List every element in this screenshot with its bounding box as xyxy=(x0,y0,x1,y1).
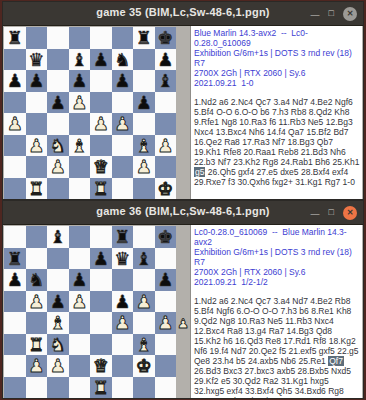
square-d5[interactable]: ♟ xyxy=(69,291,91,313)
square-a6[interactable]: ♟ xyxy=(4,269,26,291)
square-a4[interactable]: ♟ xyxy=(4,113,26,135)
square-c8[interactable] xyxy=(47,27,69,49)
titlebar[interactable]: game 36 (BlM,Lc,Sw-48-6,1.pgn) — □ ✕ xyxy=(3,201,363,225)
square-c4[interactable]: ♝ xyxy=(47,312,69,334)
square-b7[interactable] xyxy=(26,248,48,270)
white-bishop-icon: ♝ xyxy=(136,334,152,355)
black-pawn-icon: ♟ xyxy=(50,92,66,113)
game-header-hardware: 2700X 2Gh | RTX 2060 | Sy.6 xyxy=(194,267,360,277)
black-pawn-icon: ♟ xyxy=(7,70,23,91)
square-a7[interactable] xyxy=(4,49,26,71)
square-g7[interactable]: ♝ xyxy=(133,248,155,270)
white-pawn-icon: ♟ xyxy=(93,113,109,134)
square-b5[interactable]: ♟ xyxy=(26,291,48,313)
black-rook-icon: ♜ xyxy=(136,27,152,48)
square-c5[interactable]: ♟ xyxy=(47,92,69,114)
white-pawn-icon: ♟ xyxy=(71,92,87,113)
square-d2[interactable] xyxy=(69,355,91,377)
square-a1[interactable] xyxy=(4,178,26,200)
square-h3[interactable]: ♟ xyxy=(155,135,177,157)
black-king-icon: ♚ xyxy=(157,27,173,48)
square-b8[interactable] xyxy=(26,226,48,248)
black-pawn-icon: ♟ xyxy=(7,269,23,290)
square-g3[interactable]: ♝ xyxy=(133,135,155,157)
black-pawn-icon: ♟ xyxy=(50,291,66,312)
square-e6[interactable] xyxy=(90,269,112,291)
square-h1[interactable] xyxy=(155,377,177,399)
square-g7[interactable] xyxy=(133,49,155,71)
black-king-icon: ♚ xyxy=(157,226,173,247)
square-g3[interactable]: ♝ xyxy=(133,334,155,356)
square-g5[interactable]: ♟ xyxy=(133,92,155,114)
square-e5[interactable] xyxy=(90,291,112,313)
square-h7[interactable]: ♟ xyxy=(155,49,177,71)
square-f1[interactable] xyxy=(112,377,134,399)
square-e2[interactable]: ♛ xyxy=(90,156,112,178)
square-b8[interactable] xyxy=(26,27,48,49)
square-c1[interactable] xyxy=(47,377,69,399)
square-g4[interactable] xyxy=(133,113,155,135)
square-f5[interactable] xyxy=(112,92,134,114)
square-h3[interactable] xyxy=(155,334,177,356)
square-a8[interactable]: ♜ xyxy=(4,27,26,49)
square-a8[interactable] xyxy=(4,226,26,248)
square-e5[interactable] xyxy=(90,92,112,114)
square-f2[interactable] xyxy=(112,355,134,377)
black-pawn-icon: ♟ xyxy=(71,70,87,91)
square-a2[interactable] xyxy=(4,355,26,377)
square-f8[interactable]: ♜ xyxy=(112,226,134,248)
black-pawn-icon: ♟ xyxy=(93,49,109,70)
white-pawn-icon: ♟ xyxy=(50,355,66,376)
square-c4[interactable] xyxy=(47,113,69,135)
white-pawn-icon: ♟ xyxy=(157,312,173,333)
game-header-hardware: 2700X 2Gh | RTX 2060 | Sy.6 xyxy=(194,68,360,78)
square-b2[interactable] xyxy=(26,156,48,178)
square-f4[interactable]: ♟ xyxy=(112,312,134,334)
black-pawn-icon: ♟ xyxy=(157,49,173,70)
square-a3[interactable] xyxy=(4,135,26,157)
material-indicator-strip: ♟ xyxy=(176,226,190,398)
square-h5[interactable] xyxy=(155,92,177,114)
close-icon[interactable]: ✕ xyxy=(343,7,357,21)
black-bishop-icon: ♝ xyxy=(136,248,152,269)
notation-panel[interactable]: Blue Marlin 14.3-avx2 -- Lc0-0.28.0_6100… xyxy=(190,26,362,199)
black-rook-icon: ♜ xyxy=(7,27,23,48)
white-bishop-icon: ♝ xyxy=(50,312,66,333)
square-b4[interactable] xyxy=(26,113,48,135)
chess-board-game-35[interactable]: ♜♜♚♛♝♟♞♟♟♟♟♟♝♟♟♟♟♟♟♟♞♝♝♟♟♛♟♜♜♚ xyxy=(4,27,176,199)
square-d5[interactable]: ♟ xyxy=(69,92,91,114)
square-a3[interactable] xyxy=(4,334,26,356)
square-f3[interactable] xyxy=(112,135,134,157)
square-c2[interactable]: ♟ xyxy=(47,355,69,377)
square-a5[interactable] xyxy=(4,291,26,313)
square-h6[interactable]: ♟ xyxy=(155,269,177,291)
square-c7[interactable] xyxy=(47,248,69,270)
square-c1[interactable] xyxy=(47,178,69,200)
square-b5[interactable] xyxy=(26,92,48,114)
window-game-35: game 35 (BlM,Lc,Sw-48-6,1.pgn) — □ ✕ ♜♜♚… xyxy=(2,1,364,200)
current-move-highlight[interactable]: Qf7 xyxy=(328,356,344,366)
square-e7[interactable]: ♟ xyxy=(90,49,112,71)
white-pawn-icon: ♟ xyxy=(28,135,44,156)
window-controls: — □ ✕ xyxy=(311,201,357,224)
square-d6[interactable]: ♟ xyxy=(69,269,91,291)
square-g8[interactable]: ♜ xyxy=(133,27,155,49)
square-d8[interactable] xyxy=(69,27,91,49)
minimize-icon[interactable]: — xyxy=(311,11,320,20)
square-g1[interactable] xyxy=(133,178,155,200)
square-c8[interactable]: ♝ xyxy=(47,226,69,248)
square-c6[interactable] xyxy=(47,70,69,92)
black-pawn-icon: ♟ xyxy=(93,248,109,269)
square-d7[interactable]: ♝ xyxy=(69,49,91,71)
square-g4[interactable] xyxy=(133,312,155,334)
white-rook-icon: ♜ xyxy=(28,334,44,355)
black-rook-icon: ♜ xyxy=(7,248,23,269)
black-knight-icon: ♞ xyxy=(28,269,44,290)
game-header-players: Lc0-0.28.0_610069 -- Blue Marlin 14.3-av… xyxy=(194,227,360,247)
square-e1[interactable]: ♜ xyxy=(90,178,112,200)
square-g2[interactable]: ♚ xyxy=(133,355,155,377)
square-b1[interactable] xyxy=(26,377,48,399)
white-pawn-icon: ♟ xyxy=(28,291,44,312)
desktop: { "game": "chess", "position": { "game35… xyxy=(0,0,366,400)
white-pawn-icon: ♟ xyxy=(136,156,152,177)
square-a4[interactable] xyxy=(4,312,26,334)
square-h5[interactable] xyxy=(155,291,177,313)
square-g8[interactable] xyxy=(133,226,155,248)
move-list[interactable]: 1.Nd2 a6 2.Nc4 Qc7 3.a4 Nd7 4.Be2 Ngf6 5… xyxy=(194,97,360,187)
square-c6[interactable] xyxy=(47,269,69,291)
square-f1[interactable] xyxy=(112,178,134,200)
titlebar[interactable]: game 35 (BlM,Lc,Sw-48-6,1.pgn) — □ ✕ xyxy=(3,2,363,26)
white-rook-icon: ♜ xyxy=(28,178,44,199)
square-f6[interactable]: ♟ xyxy=(112,70,134,92)
black-pawn-icon: ♟ xyxy=(136,92,152,113)
white-pawn-icon: ♟ xyxy=(157,135,173,156)
square-d7[interactable] xyxy=(69,248,91,270)
white-king-icon: ♚ xyxy=(136,355,152,376)
square-b6[interactable]: ♞ xyxy=(26,269,48,291)
maximize-icon[interactable]: □ xyxy=(329,9,334,18)
material-indicator-strip xyxy=(176,27,190,199)
black-pawn-icon: ♟ xyxy=(71,269,87,290)
square-d3[interactable] xyxy=(69,334,91,356)
square-b3[interactable]: ♜ xyxy=(26,334,48,356)
window-title: game 35 (BlM,Lc,Sw-48-6,1.pgn) xyxy=(3,6,363,18)
square-d1[interactable] xyxy=(69,377,91,399)
square-d3[interactable]: ♝ xyxy=(69,135,91,157)
white-pawn-icon: ♟ xyxy=(71,291,87,312)
square-e1[interactable]: ♜ xyxy=(90,377,112,399)
moves-after-highlight[interactable]: 26.Qh5 gxf4 27.e5 dxe5 28.Bxf4 exf4 29.R… xyxy=(194,167,355,187)
square-h7[interactable] xyxy=(155,248,177,270)
square-g2[interactable]: ♟ xyxy=(133,156,155,178)
white-queen-icon: ♛ xyxy=(93,156,109,177)
square-a1[interactable] xyxy=(4,377,26,399)
square-h8[interactable]: ♚ xyxy=(155,27,177,49)
window-controls: — □ ✕ xyxy=(311,2,357,25)
white-bishop-icon: ♝ xyxy=(136,135,152,156)
game-header-players: Blue Marlin 14.3-avx2 -- Lc0-0.28.0_6100… xyxy=(194,28,360,48)
square-e4[interactable] xyxy=(90,312,112,334)
black-queen-icon: ♛ xyxy=(28,49,44,70)
black-pawn-icon: ♟ xyxy=(114,291,130,312)
white-pawn-icon: ♟ xyxy=(7,113,23,134)
square-c7[interactable] xyxy=(47,49,69,71)
square-a5[interactable] xyxy=(4,92,26,114)
black-bishop-icon: ♝ xyxy=(71,49,87,70)
square-e6[interactable] xyxy=(90,70,112,92)
square-h6[interactable]: ♝ xyxy=(155,70,177,92)
white-king-icon: ♚ xyxy=(157,178,173,199)
square-e3[interactable] xyxy=(90,135,112,157)
black-rook-icon: ♜ xyxy=(114,226,130,247)
black-knight-icon: ♞ xyxy=(114,49,130,70)
square-b3[interactable]: ♟ xyxy=(26,135,48,157)
square-f7[interactable]: ♛ xyxy=(112,248,134,270)
white-knight-icon: ♞ xyxy=(50,334,66,355)
square-b7[interactable]: ♛ xyxy=(26,49,48,71)
white-rook-icon: ♜ xyxy=(93,178,109,199)
window-content: ♜♜♚♛♝♟♞♟♟♟♟♟♝♟♟♟♟♟♟♟♞♝♝♟♟♛♟♜♜♚ Blue Marl… xyxy=(3,26,363,199)
white-pawn-icon: ♟ xyxy=(114,312,130,333)
square-e2[interactable]: ♛ xyxy=(90,355,112,377)
square-h4[interactable] xyxy=(155,113,177,135)
square-f4[interactable]: ♟ xyxy=(112,113,134,135)
square-c3[interactable]: ♞ xyxy=(47,334,69,356)
white-queen-icon: ♛ xyxy=(93,355,109,376)
square-b2[interactable]: ♟ xyxy=(26,355,48,377)
square-g6[interactable] xyxy=(133,269,155,291)
square-f2[interactable] xyxy=(112,156,134,178)
white-rook-icon: ♜ xyxy=(93,377,109,398)
square-g1[interactable] xyxy=(133,377,155,399)
maximize-icon[interactable]: □ xyxy=(329,208,334,217)
square-d4[interactable] xyxy=(69,113,91,135)
black-pawn-icon: ♟ xyxy=(28,70,44,91)
square-h4[interactable]: ♟ xyxy=(155,312,177,334)
square-b6[interactable]: ♟ xyxy=(26,70,48,92)
game-header-date-result: 2021.09.21 1-0 xyxy=(194,78,360,88)
square-c5[interactable]: ♟ xyxy=(47,291,69,313)
square-d8[interactable] xyxy=(69,226,91,248)
square-e3[interactable] xyxy=(90,334,112,356)
square-f7[interactable]: ♞ xyxy=(112,49,134,71)
notation-panel[interactable]: Lc0-0.28.0_610069 -- Blue Marlin 14.3-av… xyxy=(190,225,362,398)
square-f5[interactable]: ♟ xyxy=(112,291,134,313)
square-h2[interactable] xyxy=(155,355,177,377)
game-header-event: Exhibition G/6m+1s | DOTS 3 rnd rev (18)… xyxy=(194,247,360,267)
game-header-event: Exhibition G/6m+1s | DOTS 3 rnd rev (18)… xyxy=(194,48,360,68)
square-h1[interactable]: ♚ xyxy=(155,178,177,200)
white-pawn-icon: ♟ xyxy=(114,113,130,134)
white-pawn-material-advantage-icon: ♟ xyxy=(176,313,190,334)
current-move-highlight[interactable]: g5 xyxy=(194,167,205,177)
square-b1[interactable]: ♜ xyxy=(26,178,48,200)
square-d6[interactable]: ♟ xyxy=(69,70,91,92)
white-knight-icon: ♞ xyxy=(50,135,66,156)
game-header-date-result: 2021.09.21 1/2-1/2 xyxy=(194,277,360,287)
window-content: ♝♜♚♜♟♛♝♟♞♟♟♟♟♟♟♟♝♟♟♜♞♝♟♟♛♚♜ ♟ Lc0-0.28.0… xyxy=(3,225,363,398)
square-e8[interactable] xyxy=(90,27,112,49)
square-a6[interactable]: ♟ xyxy=(4,70,26,92)
square-f6[interactable] xyxy=(112,269,134,291)
chess-board-game-36[interactable]: ♝♜♚♜♟♛♝♟♞♟♟♟♟♟♟♟♝♟♟♜♞♝♟♟♛♚♜ xyxy=(4,226,176,398)
square-e8[interactable] xyxy=(90,226,112,248)
square-e7[interactable]: ♟ xyxy=(90,248,112,270)
black-queen-icon: ♛ xyxy=(114,248,130,269)
window-game-36: game 36 (BlM,Lc,Sw-48-6,1.pgn) — □ ✕ ♝♜♚… xyxy=(2,200,364,399)
square-a7[interactable]: ♜ xyxy=(4,248,26,270)
black-pawn-icon: ♟ xyxy=(157,269,173,290)
square-d4[interactable] xyxy=(69,312,91,334)
window-title: game 36 (BlM,Lc,Sw-48-6,1.pgn) xyxy=(3,205,363,217)
square-b4[interactable] xyxy=(26,312,48,334)
square-d2[interactable] xyxy=(69,156,91,178)
white-pawn-icon: ♟ xyxy=(136,291,152,312)
square-e4[interactable]: ♟ xyxy=(90,113,112,135)
square-h8[interactable]: ♚ xyxy=(155,226,177,248)
black-bishop-icon: ♝ xyxy=(50,226,66,247)
square-f8[interactable] xyxy=(112,27,134,49)
square-d1[interactable] xyxy=(69,178,91,200)
square-c3[interactable]: ♞ xyxy=(47,135,69,157)
square-g5[interactable]: ♟ xyxy=(133,291,155,313)
square-g6[interactable] xyxy=(133,70,155,92)
square-h2[interactable] xyxy=(155,156,177,178)
white-pawn-icon: ♟ xyxy=(50,156,66,177)
move-list[interactable]: 1.Nd2 a6 2.Nc4 Qc7 3.a4 Nd7 4.Be2 Rb8 5.… xyxy=(194,296,360,398)
black-bishop-icon: ♝ xyxy=(157,70,173,91)
white-pawn-icon: ♟ xyxy=(28,355,44,376)
square-a2[interactable] xyxy=(4,156,26,178)
black-pawn-icon: ♟ xyxy=(114,70,130,91)
minimize-icon[interactable]: — xyxy=(311,210,320,219)
square-c2[interactable]: ♟ xyxy=(47,156,69,178)
white-bishop-icon: ♝ xyxy=(71,135,87,156)
moves-before-highlight[interactable]: 1.Nd2 a6 2.Nc4 Qc7 3.a4 Nd7 4.Be2 Ngf6 5… xyxy=(194,97,362,167)
square-f3[interactable] xyxy=(112,334,134,356)
close-icon[interactable]: ✕ xyxy=(343,206,357,220)
